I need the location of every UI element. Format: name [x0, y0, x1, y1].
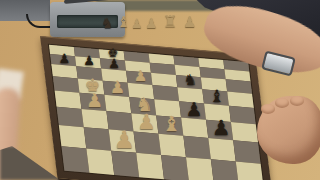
square-h3[interactable]: [231, 122, 258, 142]
black-knight[interactable]: ♞: [183, 73, 196, 88]
hand-knuckle: [275, 98, 289, 108]
white-pawn[interactable]: ♟: [85, 91, 102, 110]
square-d2[interactable]: [134, 132, 162, 155]
black-pawn[interactable]: ♟: [83, 54, 95, 67]
square-d3[interactable]: ♟: [131, 113, 158, 133]
captured-white-rook: ♜: [163, 14, 177, 30]
white-pawn[interactable]: ♟: [113, 128, 135, 152]
captured-white-bishop: ♝: [117, 15, 130, 30]
square-g2[interactable]: [208, 138, 236, 161]
square-c1[interactable]: [111, 151, 139, 178]
white-bishop[interactable]: ♝: [161, 114, 180, 135]
square-b3[interactable]: [81, 109, 108, 129]
square-e1[interactable]: [161, 155, 189, 180]
black-bishop[interactable]: ♝: [209, 88, 224, 105]
hand-knuckle: [261, 104, 275, 114]
black-pawn[interactable]: ♟: [108, 57, 120, 70]
square-f3[interactable]: [181, 118, 208, 138]
square-g1[interactable]: [211, 159, 239, 180]
square-e3[interactable]: ♝: [156, 115, 183, 135]
captured-white-pawn: ♟: [145, 16, 158, 30]
square-b1[interactable]: [86, 148, 114, 175]
black-pawn[interactable]: ♟: [211, 118, 230, 139]
square-a1[interactable]: [61, 146, 89, 173]
white-pawn[interactable]: ♟: [133, 69, 146, 84]
square-a2[interactable]: [59, 125, 87, 148]
table-edge-shadow: [0, 146, 60, 180]
captured-white-pawn: ♟: [131, 17, 143, 30]
square-g3[interactable]: ♟: [206, 120, 233, 140]
black-pawn[interactable]: ♟: [185, 100, 202, 119]
white-pawn[interactable]: ♟: [137, 112, 156, 133]
captured-white-pawn: ♟: [183, 15, 196, 30]
player-hand: [257, 96, 320, 164]
square-a3[interactable]: [57, 107, 84, 127]
square-h2[interactable]: [233, 140, 261, 163]
scene: ♞♝♟♟♜♟ ♚♟♟♟♟♞♚♟♝♟♞♟♟♝♟♟: [0, 0, 320, 180]
white-pawn[interactable]: ♟: [109, 79, 124, 96]
square-b2[interactable]: [84, 127, 112, 150]
square-f2[interactable]: [183, 136, 211, 159]
chess-board: ♚♟♟♟♟♞♚♟♝♟♞♟♟♝♟♟: [49, 45, 264, 180]
square-d1[interactable]: [136, 153, 164, 180]
hand-knuckle: [290, 96, 304, 106]
captured-pieces-tray: ♞♝♟♟♜♟: [101, 0, 211, 32]
square-c2[interactable]: ♟: [109, 129, 137, 152]
captured-black-knight: ♞: [101, 16, 114, 30]
black-pawn[interactable]: ♟: [58, 52, 70, 65]
square-f1[interactable]: [186, 157, 214, 180]
square-h1[interactable]: [236, 162, 264, 180]
square-e2[interactable]: [158, 134, 186, 157]
